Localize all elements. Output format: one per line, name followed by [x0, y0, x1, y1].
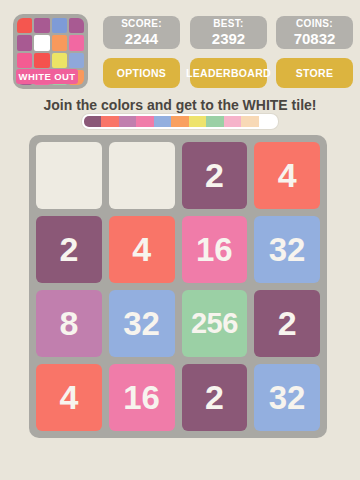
logo-tile [69, 53, 84, 68]
tile-32: 32 [254, 364, 320, 431]
app-root: WHITE OUT SCORE: 2244 BEST: 2392 COINS: … [0, 0, 360, 480]
progress-strip-segment [241, 116, 258, 127]
logo-tile [17, 35, 32, 50]
tagline: Join the colors and get to the WHITE til… [0, 97, 360, 113]
logo-tile [52, 18, 67, 33]
progress-strip-segment [206, 116, 223, 127]
progress-strip-segment [171, 116, 188, 127]
coins-box: COINS: 70832 [276, 16, 353, 49]
logo-tile [17, 18, 32, 33]
progress-strip-segment [119, 116, 136, 127]
tile-16: 16 [182, 216, 248, 283]
logo-tile [69, 35, 84, 50]
progress-strip-segment [189, 116, 206, 127]
logo-tile [34, 35, 49, 50]
leaderboard-button[interactable]: LEADERBOARD [190, 58, 267, 88]
logo-tile [69, 18, 84, 33]
tile-16: 16 [109, 364, 175, 431]
progress-strip-colors [84, 116, 276, 127]
tile-8: 8 [36, 290, 102, 357]
progress-strip-segment [84, 116, 101, 127]
best-label: BEST: [213, 18, 243, 30]
game-board[interactable]: 242416328322562416232 [29, 135, 327, 438]
progress-strip-segment [101, 116, 118, 127]
progress-strip-segment [154, 116, 171, 127]
progress-strip-segment [224, 116, 241, 127]
tile-32: 32 [109, 290, 175, 357]
tile-4: 4 [36, 364, 102, 431]
coins-value: 70832 [294, 30, 336, 47]
options-button[interactable]: OPTIONS [103, 58, 180, 88]
tile-2: 2 [182, 142, 248, 209]
empty-cell [109, 142, 175, 209]
logo-tile [52, 35, 67, 50]
empty-cell [36, 142, 102, 209]
best-box: BEST: 2392 [190, 16, 267, 49]
progress-strip-segment [259, 116, 276, 127]
logo-banner: WHITE OUT [16, 69, 78, 84]
app-logo: WHITE OUT [13, 14, 88, 89]
tile-256: 256 [182, 290, 248, 357]
progress-strip [82, 114, 278, 129]
tile-32: 32 [254, 216, 320, 283]
score-value: 2244 [125, 30, 158, 47]
logo-tile [17, 53, 32, 68]
best-value: 2392 [212, 30, 245, 47]
logo-tile [52, 53, 67, 68]
score-label: SCORE: [121, 18, 162, 30]
coins-label: COINS: [296, 18, 333, 30]
tile-2: 2 [182, 364, 248, 431]
tile-4: 4 [109, 216, 175, 283]
logo-tile [34, 18, 49, 33]
logo-tile [34, 53, 49, 68]
tile-4: 4 [254, 142, 320, 209]
tile-2: 2 [36, 216, 102, 283]
progress-strip-segment [136, 116, 153, 127]
store-button[interactable]: STORE [276, 58, 353, 88]
score-box: SCORE: 2244 [103, 16, 180, 49]
tile-2: 2 [254, 290, 320, 357]
